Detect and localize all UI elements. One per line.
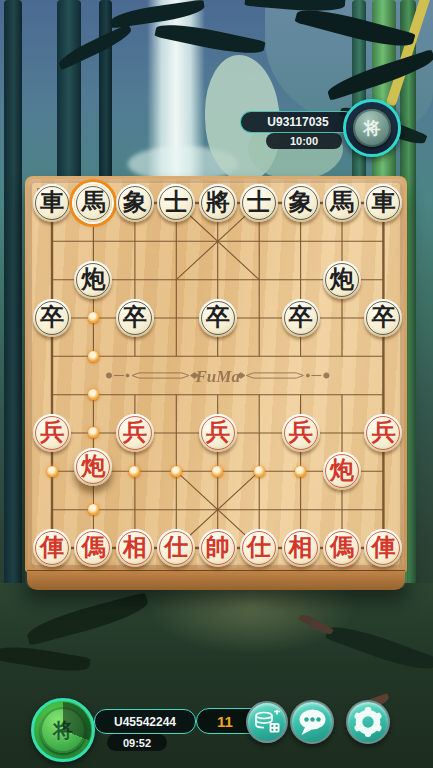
coin-stack-plus-icon xyxy=(254,710,281,735)
piece-black-cannon[interactable]: 炮 xyxy=(323,261,361,299)
piece-glyph: 卒 xyxy=(206,305,230,329)
piece-glyph: 兵 xyxy=(123,420,147,444)
move-hint-dot[interactable] xyxy=(212,466,223,477)
piece-glyph: 相 xyxy=(123,535,147,559)
piece-red-soldier[interactable]: 兵 xyxy=(364,414,402,452)
piece-glyph: 卒 xyxy=(123,305,147,329)
piece-glyph: 士 xyxy=(247,190,271,214)
piece-glyph: 卒 xyxy=(40,305,64,329)
piece-red-chariot[interactable]: 俥 xyxy=(33,529,71,567)
player-timer: 09:52 xyxy=(107,734,167,751)
opponent-avatar-piece: 将 xyxy=(353,109,391,147)
speech-bubble-icon xyxy=(298,709,327,736)
settings-button[interactable] xyxy=(346,700,390,744)
piece-glyph: 兵 xyxy=(371,420,395,444)
move-hint-dot[interactable] xyxy=(88,312,99,323)
piece-black-soldier[interactable]: 卒 xyxy=(33,299,71,337)
piece-glyph: 俥 xyxy=(371,535,395,559)
piece-glyph: 馬 xyxy=(81,190,105,214)
piece-glyph: 象 xyxy=(123,190,147,214)
move-hint-dot[interactable] xyxy=(47,466,58,477)
piece-glyph: 兵 xyxy=(206,420,230,444)
piece-red-soldier[interactable]: 兵 xyxy=(199,414,237,452)
piece-red-soldier[interactable]: 兵 xyxy=(282,414,320,452)
opponent-timer: 10:00 xyxy=(266,133,342,149)
piece-red-cannon[interactable]: 炮 xyxy=(323,452,361,490)
piece-red-soldier[interactable]: 兵 xyxy=(33,414,71,452)
move-hint-dot[interactable] xyxy=(88,351,99,362)
piece-red-horse[interactable]: 傌 xyxy=(74,529,112,567)
move-hint-dot[interactable] xyxy=(254,466,265,477)
piece-red-elephant[interactable]: 相 xyxy=(116,529,154,567)
piece-glyph: 炮 xyxy=(81,267,105,291)
piece-glyph: 炮 xyxy=(330,458,354,482)
piece-red-horse[interactable]: 傌 xyxy=(323,529,361,567)
move-hint-dot[interactable] xyxy=(295,466,306,477)
piece-glyph: 卒 xyxy=(289,305,313,329)
piece-black-soldier[interactable]: 卒 xyxy=(199,299,237,337)
piece-red-chariot[interactable]: 俥 xyxy=(364,529,402,567)
piece-red-general[interactable]: 帥 xyxy=(199,529,237,567)
piece-glyph: 象 xyxy=(289,190,313,214)
piece-black-horse[interactable]: 馬 xyxy=(74,184,112,222)
avatar-piece-glyph: 将 xyxy=(53,717,73,744)
xiangqi-board[interactable]: FuMa 車馬象士將士象馬車炮炮卒卒卒卒卒兵兵兵兵兵炮炮俥傌相仕帥仕相傌俥 xyxy=(25,176,407,589)
piece-black-soldier[interactable]: 卒 xyxy=(116,299,154,337)
piece-black-cannon[interactable]: 炮 xyxy=(74,261,112,299)
shop-button[interactable] xyxy=(246,701,288,743)
piece-glyph: 士 xyxy=(164,190,188,214)
piece-glyph: 仕 xyxy=(164,535,188,559)
piece-glyph: 兵 xyxy=(40,420,64,444)
piece-red-advisor[interactable]: 仕 xyxy=(240,529,278,567)
move-hint-dot[interactable] xyxy=(88,504,99,515)
piece-red-cannon[interactable]: 炮 xyxy=(74,448,112,486)
bamboo-stalk xyxy=(4,0,22,645)
piece-glyph: 相 xyxy=(289,535,313,559)
player-avatar-piece: 将 xyxy=(40,707,86,753)
opponent-name: U93117035 xyxy=(240,111,356,133)
piece-glyph: 俥 xyxy=(40,535,64,559)
player-name: U45542244 xyxy=(94,709,196,734)
piece-glyph: 仕 xyxy=(247,535,271,559)
move-hint-dot[interactable] xyxy=(129,466,140,477)
piece-black-advisor[interactable]: 士 xyxy=(157,184,195,222)
piece-glyph: 傌 xyxy=(330,535,354,559)
move-hint-dot[interactable] xyxy=(88,389,99,400)
piece-black-soldier[interactable]: 卒 xyxy=(282,299,320,337)
piece-black-chariot[interactable]: 車 xyxy=(33,184,71,222)
piece-glyph: 將 xyxy=(206,190,230,214)
piece-glyph: 傌 xyxy=(81,535,105,559)
piece-glyph: 兵 xyxy=(289,420,313,444)
move-hint-dot[interactable] xyxy=(171,466,182,477)
game-screen: FuMa 車馬象士將士象馬車炮炮卒卒卒卒卒兵兵兵兵兵炮炮俥傌相仕帥仕相傌俥 U9… xyxy=(0,0,433,768)
piece-black-horse[interactable]: 馬 xyxy=(323,184,361,222)
piece-glyph: 卒 xyxy=(371,305,395,329)
piece-red-elephant[interactable]: 相 xyxy=(282,529,320,567)
piece-glyph: 車 xyxy=(40,190,64,214)
piece-black-advisor[interactable]: 士 xyxy=(240,184,278,222)
piece-red-soldier[interactable]: 兵 xyxy=(116,414,154,452)
avatar-piece-glyph: 将 xyxy=(364,117,381,140)
piece-glyph: 炮 xyxy=(330,267,354,291)
piece-black-elephant[interactable]: 象 xyxy=(116,184,154,222)
piece-black-general[interactable]: 將 xyxy=(199,184,237,222)
board-intersections[interactable]: 車馬象士將士象馬車炮炮卒卒卒卒卒兵兵兵兵兵炮炮俥傌相仕帥仕相傌俥 xyxy=(31,184,404,567)
piece-black-chariot[interactable]: 車 xyxy=(364,184,402,222)
piece-glyph: 炮 xyxy=(81,454,105,478)
piece-glyph: 馬 xyxy=(330,190,354,214)
chat-button[interactable] xyxy=(290,700,334,744)
piece-glyph: 車 xyxy=(371,190,395,214)
board-edge xyxy=(27,570,405,590)
opponent-avatar[interactable]: 将 xyxy=(343,99,401,157)
move-hint-dot[interactable] xyxy=(88,427,99,438)
piece-black-elephant[interactable]: 象 xyxy=(282,184,320,222)
player-avatar[interactable]: 将 xyxy=(31,698,95,762)
piece-red-advisor[interactable]: 仕 xyxy=(157,529,195,567)
gear-icon xyxy=(353,707,383,737)
piece-black-soldier[interactable]: 卒 xyxy=(364,299,402,337)
piece-glyph: 帥 xyxy=(206,535,230,559)
